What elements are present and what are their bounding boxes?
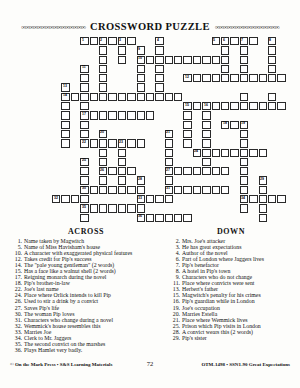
- grid-cell[interactable]: [71, 93, 79, 101]
- grid-cell[interactable]: 2: [99, 37, 107, 45]
- grid-void: [193, 37, 201, 45]
- grid-cell[interactable]: [268, 46, 276, 54]
- grid-cell[interactable]: [137, 204, 145, 212]
- grid-cell[interactable]: [240, 139, 248, 147]
- grid-cell[interactable]: [268, 102, 276, 110]
- grid-void: [90, 167, 98, 175]
- grid-cell[interactable]: [212, 56, 220, 64]
- grid-void: [71, 149, 79, 157]
- grid-void: [146, 149, 154, 157]
- grid-cell[interactable]: [221, 186, 229, 194]
- grid-cell[interactable]: 11: [80, 65, 88, 73]
- grid-cell[interactable]: [90, 139, 98, 147]
- grid-void: [137, 149, 145, 157]
- grid-cell[interactable]: [155, 46, 163, 54]
- grid-cell[interactable]: [183, 186, 191, 194]
- grid-void: [146, 167, 154, 175]
- grid-void: [61, 186, 69, 194]
- grid-cell[interactable]: [221, 149, 229, 157]
- grid-cell[interactable]: [240, 167, 248, 175]
- grid-cell[interactable]: [202, 56, 210, 64]
- grid-void: [80, 149, 88, 157]
- grid-cell[interactable]: [240, 149, 248, 157]
- grid-cell[interactable]: [137, 93, 145, 101]
- grid-cell[interactable]: [137, 111, 145, 119]
- grid-cell[interactable]: 26: [99, 167, 107, 175]
- grid-cell[interactable]: [80, 176, 88, 184]
- grid-void: [174, 111, 182, 119]
- cell-number: 33: [138, 196, 142, 199]
- grid-cell[interactable]: [80, 214, 88, 222]
- grid-cell[interactable]: [240, 204, 248, 212]
- grid-cell[interactable]: 15: [183, 102, 191, 110]
- grid-cell[interactable]: [99, 83, 107, 91]
- grid-void: [174, 130, 182, 138]
- grid-cell[interactable]: [268, 65, 276, 73]
- grid-void: [108, 176, 116, 184]
- grid-void: [127, 214, 135, 222]
- grid-cell[interactable]: [108, 186, 116, 194]
- grid-cell[interactable]: 12: [183, 74, 191, 82]
- grid-void: [174, 65, 182, 73]
- grid-cell[interactable]: [71, 195, 79, 203]
- grid-cell[interactable]: [240, 74, 248, 82]
- grid-cell[interactable]: 36: [137, 214, 145, 222]
- grid-cell[interactable]: [118, 56, 126, 64]
- grid-void: [174, 139, 182, 147]
- grid-cell[interactable]: [240, 158, 248, 166]
- grid-cell[interactable]: [90, 37, 98, 45]
- grid-cell[interactable]: [230, 74, 238, 82]
- grid-cell[interactable]: [99, 139, 107, 147]
- grid-cell[interactable]: [146, 111, 154, 119]
- grid-void: [52, 56, 60, 64]
- grid-cell[interactable]: [90, 111, 98, 119]
- grid-cell[interactable]: [230, 149, 238, 157]
- grid-cell[interactable]: 27: [165, 167, 173, 175]
- grid-void: [183, 195, 191, 203]
- grid-void: [277, 176, 285, 184]
- grid-cell[interactable]: [90, 93, 98, 101]
- grid-cell[interactable]: [183, 130, 191, 138]
- grid-cell[interactable]: [80, 121, 88, 129]
- grid-cell[interactable]: [259, 214, 267, 222]
- grid-cell[interactable]: [249, 74, 257, 82]
- grid-cell[interactable]: [137, 186, 145, 194]
- grid-cell[interactable]: [165, 56, 173, 64]
- grid-cell[interactable]: 32: [52, 195, 60, 203]
- grid-cell[interactable]: [183, 56, 191, 64]
- grid-void: [137, 158, 145, 166]
- grid-cell[interactable]: [202, 111, 210, 119]
- grid-cell[interactable]: 9: [137, 46, 145, 54]
- grid-cell[interactable]: 10: [137, 56, 145, 64]
- grid-cell[interactable]: [155, 83, 163, 91]
- grid-cell[interactable]: [240, 65, 248, 73]
- grid-cell[interactable]: [183, 214, 191, 222]
- grid-cell[interactable]: [165, 214, 173, 222]
- grid-cell[interactable]: [202, 186, 210, 194]
- cell-number: 12: [185, 75, 189, 78]
- grid-cell[interactable]: [118, 204, 126, 212]
- grid-cell[interactable]: [90, 186, 98, 194]
- grid-cell[interactable]: [212, 186, 220, 194]
- grid-cell[interactable]: [277, 102, 285, 110]
- grid-cell[interactable]: 6: [221, 37, 229, 45]
- cell-number: 13: [63, 84, 67, 87]
- grid-cell[interactable]: 4: [155, 37, 163, 45]
- grid-cell[interactable]: [193, 56, 201, 64]
- grid-cell[interactable]: [108, 167, 116, 175]
- grid-cell[interactable]: [174, 167, 182, 175]
- grid-cell[interactable]: 34: [240, 195, 248, 203]
- grid-cell[interactable]: [155, 65, 163, 73]
- grid-cell[interactable]: [99, 149, 107, 157]
- grid-cell[interactable]: [221, 65, 229, 73]
- footer-code: OTM-1498 • SSN1-90 Great Expectations: [153, 362, 290, 367]
- grid-cell[interactable]: 16: [202, 102, 210, 110]
- grid-cell[interactable]: [127, 37, 135, 45]
- grid-cell[interactable]: [230, 102, 238, 110]
- grid-cell[interactable]: 20: [99, 130, 107, 138]
- cell-number: 19: [241, 121, 245, 124]
- grid-void: [174, 204, 182, 212]
- grid-cell[interactable]: [118, 158, 126, 166]
- grid-cell[interactable]: [240, 186, 248, 194]
- grid-void: [212, 93, 220, 101]
- grid-cell[interactable]: [127, 186, 135, 194]
- cell-number: 9: [138, 47, 140, 50]
- grid-cell[interactable]: [155, 195, 163, 203]
- grid-void: [202, 37, 210, 45]
- grid-cell[interactable]: [80, 83, 88, 91]
- grid-cell[interactable]: [183, 167, 191, 175]
- grid-cell[interactable]: 13: [61, 83, 69, 91]
- grid-cell[interactable]: [193, 102, 201, 110]
- grid-cell[interactable]: [108, 93, 116, 101]
- grid-void: [277, 37, 285, 45]
- grid-cell[interactable]: 1: [80, 37, 88, 45]
- grid-void: [230, 204, 238, 212]
- grid-cell[interactable]: [90, 204, 98, 212]
- grid-cell[interactable]: [249, 195, 257, 203]
- grid-cell[interactable]: [268, 56, 276, 64]
- grid-void: [165, 46, 173, 54]
- grid-void: [146, 102, 154, 110]
- grid-cell[interactable]: [108, 139, 116, 147]
- grid-void: [118, 121, 126, 129]
- grid-cell[interactable]: 29: [259, 176, 267, 184]
- grid-cell[interactable]: [99, 46, 107, 54]
- grid-void: [165, 83, 173, 91]
- grid-cell[interactable]: [221, 46, 229, 54]
- grid-cell[interactable]: [174, 93, 182, 101]
- grid-void: [108, 102, 116, 110]
- grid-cell[interactable]: [155, 56, 163, 64]
- grid-cell[interactable]: [80, 93, 88, 101]
- grid-void: [127, 130, 135, 138]
- grid-cell[interactable]: [137, 65, 145, 73]
- grid-cell[interactable]: [99, 186, 107, 194]
- grid-cell[interactable]: [212, 102, 220, 110]
- grid-void: [212, 111, 220, 119]
- grid-cell[interactable]: [183, 139, 191, 147]
- grid-cell[interactable]: [230, 37, 238, 45]
- grid-void: [127, 83, 135, 91]
- cell-number: 28: [138, 177, 142, 180]
- grid-cell[interactable]: 14: [61, 93, 69, 101]
- grid-void: [212, 139, 220, 147]
- grid-cell[interactable]: 23: [118, 139, 126, 147]
- grid-cell[interactable]: [202, 158, 210, 166]
- grid-cell[interactable]: [137, 139, 145, 147]
- grid-void: [230, 56, 238, 64]
- grid-cell[interactable]: [202, 130, 210, 138]
- grid-cell[interactable]: [127, 167, 135, 175]
- grid-cell[interactable]: [240, 46, 248, 54]
- grid-void: [212, 214, 220, 222]
- grid-cell[interactable]: [268, 195, 276, 203]
- grid-cell[interactable]: [193, 167, 201, 175]
- grid-cell[interactable]: [80, 167, 88, 175]
- grid-void: [277, 130, 285, 138]
- grid-cell[interactable]: [127, 111, 135, 119]
- grid-cell[interactable]: [193, 186, 201, 194]
- grid-cell[interactable]: [165, 176, 173, 184]
- grid-void: [230, 214, 238, 222]
- grid-cell[interactable]: [118, 111, 126, 119]
- grid-cell[interactable]: [221, 74, 229, 82]
- grid-cell[interactable]: [249, 149, 257, 157]
- cell-number: 35: [82, 205, 86, 208]
- grid-void: [127, 195, 135, 203]
- grid-void: [52, 204, 60, 212]
- grid-void: [80, 56, 88, 64]
- grid-void: [174, 102, 182, 110]
- grid-void: [61, 74, 69, 82]
- grid-cell[interactable]: 30: [80, 186, 88, 194]
- cell-number: 8: [269, 38, 271, 41]
- grid-cell[interactable]: [165, 93, 173, 101]
- grid-cell[interactable]: [99, 111, 107, 119]
- grid-cell[interactable]: [249, 102, 257, 110]
- grid-void: [71, 111, 79, 119]
- grid-cell[interactable]: [118, 167, 126, 175]
- grid-cell[interactable]: [259, 204, 267, 212]
- grid-cell[interactable]: [108, 111, 116, 119]
- grid-cell[interactable]: [240, 93, 248, 101]
- grid-cell[interactable]: [127, 204, 135, 212]
- grid-cell[interactable]: 31: [165, 186, 173, 194]
- grid-void: [146, 158, 154, 166]
- grid-cell[interactable]: [183, 121, 191, 129]
- grid-cell[interactable]: 8: [268, 37, 276, 45]
- grid-cell[interactable]: 3: [118, 37, 126, 45]
- grid-cell[interactable]: [259, 195, 267, 203]
- grid-cell[interactable]: [268, 93, 276, 101]
- grid-cell[interactable]: [240, 56, 248, 64]
- grid-cell[interactable]: [99, 158, 107, 166]
- grid-cell[interactable]: [99, 65, 107, 73]
- grid-cell[interactable]: [118, 46, 126, 54]
- grid-cell[interactable]: 25: [80, 158, 88, 166]
- grid-cell[interactable]: [146, 195, 154, 203]
- grid-cell[interactable]: [118, 176, 126, 184]
- grid-cell[interactable]: [127, 93, 135, 101]
- grid-cell[interactable]: [268, 74, 276, 82]
- grid-cell[interactable]: [118, 186, 126, 194]
- grid-cell[interactable]: [174, 56, 182, 64]
- grid-void: [90, 158, 98, 166]
- grid-cell[interactable]: [155, 93, 163, 101]
- grid-cell[interactable]: [277, 74, 285, 82]
- grid-cell[interactable]: [146, 56, 154, 64]
- grid-void: [230, 139, 238, 147]
- grid-void: [277, 46, 285, 54]
- grid-cell[interactable]: [80, 195, 88, 203]
- grid-cell[interactable]: [230, 121, 238, 129]
- grid-cell[interactable]: [193, 74, 201, 82]
- grid-void: [99, 121, 107, 129]
- grid-cell[interactable]: [202, 149, 210, 157]
- grid-cell[interactable]: [61, 121, 69, 129]
- grid-cell[interactable]: 33: [137, 195, 145, 203]
- grid-cell[interactable]: [240, 130, 248, 138]
- grid-cell[interactable]: [212, 167, 220, 175]
- grid-cell[interactable]: [61, 139, 69, 147]
- grid-cell[interactable]: [259, 74, 267, 82]
- grid-cell[interactable]: [99, 204, 107, 212]
- grid-cell[interactable]: [212, 149, 220, 157]
- grid-void: [71, 186, 79, 194]
- grid-cell[interactable]: [108, 37, 116, 45]
- grid-void: [52, 139, 60, 147]
- grid-void: [212, 195, 220, 203]
- grid-cell[interactable]: 7: [240, 37, 248, 45]
- grid-cell[interactable]: [240, 102, 248, 110]
- grid-cell[interactable]: 22: [80, 139, 88, 147]
- grid-cell[interactable]: [240, 176, 248, 184]
- grid-void: [146, 130, 154, 138]
- grid-void: [90, 214, 98, 222]
- grid-void: [268, 149, 276, 157]
- grid-cell[interactable]: [146, 214, 154, 222]
- cell-number: 7: [241, 38, 243, 41]
- grid-void: [155, 204, 163, 212]
- grid-cell[interactable]: [80, 102, 88, 110]
- grid-void: [202, 204, 210, 212]
- grid-cell[interactable]: 35: [80, 204, 88, 212]
- grid-cell[interactable]: [212, 74, 220, 82]
- grid-void: [146, 186, 154, 194]
- grid-cell[interactable]: [202, 121, 210, 129]
- grid-cell[interactable]: 24: [193, 149, 201, 157]
- grid-cell[interactable]: [99, 74, 107, 82]
- grid-void: [71, 83, 79, 91]
- grid-cell[interactable]: [80, 74, 88, 82]
- grid-void: [193, 176, 201, 184]
- grid-cell[interactable]: [259, 186, 267, 194]
- grid-cell[interactable]: [61, 195, 69, 203]
- grid-void: [277, 93, 285, 101]
- grid-cell[interactable]: [80, 130, 88, 138]
- grid-cell[interactable]: [61, 130, 69, 138]
- grid-void: [249, 56, 257, 64]
- grid-cell[interactable]: [61, 102, 69, 110]
- grid-void: [221, 204, 229, 212]
- grid-cell[interactable]: [155, 74, 163, 82]
- grid-cell[interactable]: 18: [221, 121, 229, 129]
- grid-cell[interactable]: [277, 195, 285, 203]
- grid-void: [268, 204, 276, 212]
- grid-cell[interactable]: [202, 139, 210, 147]
- grid-void: [165, 74, 173, 82]
- grid-void: [277, 167, 285, 175]
- grid-cell[interactable]: [118, 93, 126, 101]
- cell-number: 29: [260, 177, 264, 180]
- grid-cell[interactable]: [202, 167, 210, 175]
- grid-cell[interactable]: 28: [137, 176, 145, 184]
- grid-void: [277, 149, 285, 157]
- grid-cell[interactable]: [174, 214, 182, 222]
- grid-cell[interactable]: [221, 167, 229, 175]
- grid-cell[interactable]: [137, 83, 145, 91]
- grid-cell[interactable]: [221, 102, 229, 110]
- grid-void: [240, 83, 248, 91]
- grid-cell[interactable]: [259, 102, 267, 110]
- grid-cell[interactable]: [146, 93, 154, 101]
- grid-void: [71, 204, 79, 212]
- grid-cell[interactable]: [137, 74, 145, 82]
- grid-cell[interactable]: 21: [165, 130, 173, 138]
- grid-cell[interactable]: [108, 204, 116, 212]
- grid-void: [155, 167, 163, 175]
- grid-void: [52, 121, 60, 129]
- grid-cell[interactable]: [99, 93, 107, 101]
- grid-cell[interactable]: [127, 139, 135, 147]
- grid-cell[interactable]: 5: [212, 37, 220, 45]
- grid-cell[interactable]: [221, 56, 229, 64]
- grid-cell[interactable]: [165, 139, 173, 147]
- grid-cell[interactable]: 19: [240, 121, 248, 129]
- grid-void: [108, 121, 116, 129]
- grid-cell[interactable]: [165, 195, 173, 203]
- grid-void: [249, 121, 257, 129]
- grid-void: [155, 139, 163, 147]
- grid-cell[interactable]: [259, 149, 267, 157]
- grid-void: [268, 83, 276, 91]
- worksheet-page: ∞∞∞∞∞∞∞∞∞∞∞∞∞∞∞∞ CROSSWORD PUZZLE ∞∞∞∞∞∞…: [0, 0, 300, 388]
- cell-number: 36: [138, 214, 142, 217]
- grid-cell[interactable]: [155, 214, 163, 222]
- grid-cell[interactable]: [249, 37, 257, 45]
- grid-void: [183, 176, 191, 184]
- grid-cell[interactable]: [202, 74, 210, 82]
- grid-cell[interactable]: 17: [80, 111, 88, 119]
- grid-cell[interactable]: [183, 111, 191, 119]
- clue-item: 36.Plays Hamlet very badly.: [10, 347, 162, 353]
- grid-cell[interactable]: [174, 186, 182, 194]
- grid-cell[interactable]: [99, 56, 107, 64]
- grid-void: [146, 46, 154, 54]
- grid-cell[interactable]: [61, 111, 69, 119]
- grid-cell[interactable]: [165, 149, 173, 157]
- grid-void: [127, 56, 135, 64]
- grid-cell[interactable]: [99, 176, 107, 184]
- cell-number: 20: [100, 130, 104, 133]
- grid-cell[interactable]: [118, 149, 126, 157]
- grid-cell[interactable]: [165, 158, 173, 166]
